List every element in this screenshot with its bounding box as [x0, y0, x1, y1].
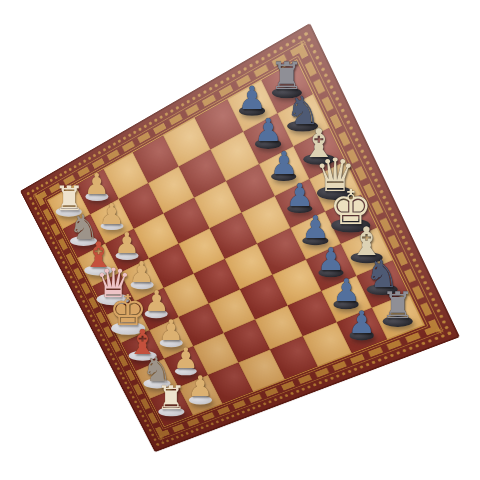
pawn-glyph: ♟	[332, 276, 360, 307]
rook-glyph: ♜	[157, 382, 186, 415]
piece-white-pawn-b2[interactable]: ♟	[99, 200, 125, 229]
piece-white-pawn-e2[interactable]: ♟	[144, 287, 170, 316]
corner-rosette-icon: ✳	[31, 191, 41, 201]
piece-black-pawn-c7[interactable]: ♟	[270, 147, 298, 179]
piece-black-pawn-a7[interactable]: ♟	[238, 82, 267, 114]
piece-white-pawn-d2[interactable]: ♟	[129, 258, 155, 287]
pawn-glyph: ♟	[317, 244, 345, 275]
pawn-glyph: ♟	[286, 180, 314, 212]
photo-stage: ✳ ✳ ✳ ✳ ♜♞♝♛♚♝♞♜♟♟♟♟♟♟♟♟♟♟♟♟♟♟♟♟♜♞♝♛♚♝♞♜	[0, 0, 480, 480]
pawn-glyph: ♟	[129, 258, 155, 287]
piece-white-pawn-a2[interactable]: ♟	[84, 170, 110, 199]
pawn-glyph: ♟	[301, 212, 329, 243]
pawn-glyph: ♟	[158, 316, 184, 345]
piece-white-pawn-c2[interactable]: ♟	[114, 229, 140, 258]
piece-black-pawn-b7[interactable]: ♟	[254, 115, 282, 147]
pawn-glyph: ♟	[114, 229, 140, 258]
piece-black-pawn-e7[interactable]: ♟	[301, 212, 329, 243]
pawn-glyph: ♟	[144, 287, 170, 316]
pawn-glyph: ♟	[348, 307, 376, 338]
pawn-glyph: ♟	[84, 170, 110, 199]
pawn-glyph: ♟	[270, 147, 298, 179]
piece-black-pawn-g7[interactable]: ♟	[332, 276, 360, 307]
corner-rosette-icon: ✳	[433, 325, 446, 336]
piece-white-pawn-f2[interactable]: ♟	[158, 316, 184, 345]
piece-white-pawn-g2[interactable]: ♟	[173, 345, 199, 374]
pawn-glyph: ♟	[238, 82, 267, 114]
rook-glyph: ♜	[381, 288, 414, 325]
piece-black-pawn-f7[interactable]: ♟	[317, 244, 345, 275]
pawn-glyph: ♟	[188, 374, 213, 402]
piece-black-pawn-h7[interactable]: ♟	[348, 307, 376, 338]
corner-rosette-icon: ✳	[155, 433, 165, 442]
piece-white-pawn-h2[interactable]: ♟	[188, 374, 213, 402]
corner-rosette-icon: ✳	[295, 38, 308, 51]
pawn-glyph: ♟	[173, 345, 199, 374]
piece-black-pawn-d7[interactable]: ♟	[286, 180, 314, 212]
piece-white-rook-h1[interactable]: ♜	[157, 382, 186, 415]
piece-black-rook-h8[interactable]: ♜	[381, 288, 414, 325]
pawn-glyph: ♟	[254, 115, 282, 147]
pawn-glyph: ♟	[99, 200, 125, 229]
